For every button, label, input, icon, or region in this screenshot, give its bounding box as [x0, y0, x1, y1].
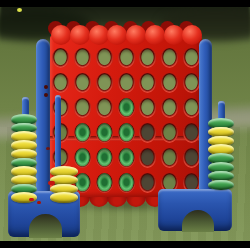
column-drop-6[interactable] [159, 36, 181, 197]
red-latch-mark [37, 201, 41, 204]
column-drop-2[interactable] [72, 36, 94, 197]
frame-left-column [36, 39, 50, 198]
stack-ring-green [208, 180, 234, 191]
screw-icon [44, 93, 48, 97]
red-latch-mark [29, 198, 34, 201]
left-foot-arch [29, 214, 62, 238]
letterbox-top [0, 0, 250, 7]
letterbox-bottom [0, 241, 250, 248]
screw-icon [44, 85, 48, 89]
column-drop-1[interactable] [50, 36, 72, 197]
column-drop-5[interactable] [137, 36, 159, 197]
column-drop-7[interactable] [180, 36, 202, 197]
yellow-flower [17, 8, 22, 12]
screenshot-canvas [0, 0, 250, 248]
right-foot-arch [182, 210, 214, 232]
column-drop-4[interactable] [115, 36, 137, 197]
column-drop-3[interactable] [93, 36, 115, 197]
